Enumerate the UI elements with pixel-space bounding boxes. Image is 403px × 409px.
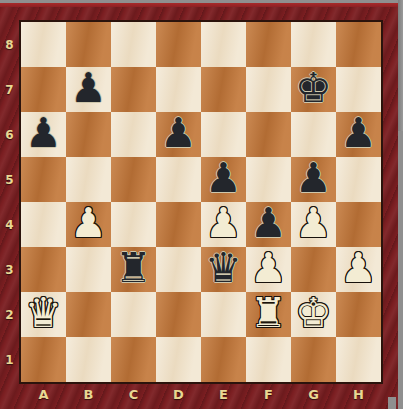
frame-top-highlight (0, 3, 398, 7)
square-d2[interactable] (156, 292, 201, 337)
black-pawn-icon[interactable]: ♟ (70, 66, 107, 111)
square-c2[interactable] (111, 292, 156, 337)
rank-labels: 87654321 (0, 22, 19, 382)
square-f3[interactable]: ♟ (246, 247, 291, 292)
square-h3[interactable]: ♟ (336, 247, 381, 292)
square-c4[interactable] (111, 202, 156, 247)
square-g4[interactable]: ♟ (291, 202, 336, 247)
square-g2[interactable]: ♚ (291, 292, 336, 337)
square-d7[interactable] (156, 67, 201, 112)
file-label-f: F (246, 384, 291, 404)
white-pawn-icon[interactable]: ♟ (340, 246, 377, 291)
square-g3[interactable] (291, 247, 336, 292)
square-h6[interactable]: ♟ (336, 112, 381, 157)
square-d4[interactable] (156, 202, 201, 247)
file-label-b: B (66, 384, 111, 404)
white-pawn-icon[interactable]: ♟ (205, 201, 242, 246)
file-label-e: E (201, 384, 246, 404)
file-label-d: D (156, 384, 201, 404)
square-e6[interactable] (201, 112, 246, 157)
square-b8[interactable] (66, 22, 111, 67)
black-rook-icon[interactable]: ♜ (115, 246, 152, 291)
square-b4[interactable]: ♟ (66, 202, 111, 247)
square-c8[interactable] (111, 22, 156, 67)
white-king-icon[interactable]: ♚ (295, 291, 332, 336)
black-pawn-icon[interactable]: ♟ (295, 156, 332, 201)
white-pawn-icon[interactable]: ♟ (295, 201, 332, 246)
square-d5[interactable] (156, 157, 201, 202)
square-a5[interactable] (21, 157, 66, 202)
white-pawn-icon[interactable]: ♟ (250, 246, 287, 291)
square-f6[interactable] (246, 112, 291, 157)
square-h8[interactable] (336, 22, 381, 67)
black-pawn-icon[interactable]: ♟ (160, 111, 197, 156)
square-f7[interactable] (246, 67, 291, 112)
white-queen-icon[interactable]: ♛ (25, 291, 62, 336)
square-e7[interactable] (201, 67, 246, 112)
square-a3[interactable] (21, 247, 66, 292)
square-e4[interactable]: ♟ (201, 202, 246, 247)
square-a6[interactable]: ♟ (21, 112, 66, 157)
square-d1[interactable] (156, 337, 201, 382)
rank-label-8: 8 (0, 22, 19, 67)
square-b3[interactable] (66, 247, 111, 292)
rank-label-4: 4 (0, 202, 19, 247)
square-c1[interactable] (111, 337, 156, 382)
square-f5[interactable] (246, 157, 291, 202)
rank-label-3: 3 (0, 247, 19, 292)
black-pawn-icon[interactable]: ♟ (340, 111, 377, 156)
square-a8[interactable] (21, 22, 66, 67)
square-d6[interactable]: ♟ (156, 112, 201, 157)
square-f8[interactable] (246, 22, 291, 67)
white-rook-icon[interactable]: ♜ (250, 291, 287, 336)
square-a2[interactable]: ♛ (21, 292, 66, 337)
square-g1[interactable] (291, 337, 336, 382)
board-frame: 87654321 ♟♚♟♟♟♟♟♟♟♟♟♜♛♟♟♛♜♚ ABCDEFGH (0, 3, 398, 409)
file-label-g: G (291, 384, 336, 404)
square-a7[interactable] (21, 67, 66, 112)
rank-label-5: 5 (0, 157, 19, 202)
square-f1[interactable] (246, 337, 291, 382)
square-g6[interactable] (291, 112, 336, 157)
window-edge-right (398, 0, 403, 131)
square-e3[interactable]: ♛ (201, 247, 246, 292)
square-c5[interactable] (111, 157, 156, 202)
square-c3[interactable]: ♜ (111, 247, 156, 292)
square-h4[interactable] (336, 202, 381, 247)
white-pawn-icon[interactable]: ♟ (70, 201, 107, 246)
square-b7[interactable]: ♟ (66, 67, 111, 112)
square-f4[interactable]: ♟ (246, 202, 291, 247)
square-e2[interactable] (201, 292, 246, 337)
black-queen-icon[interactable]: ♛ (205, 246, 242, 291)
file-label-a: A (21, 384, 66, 404)
square-b1[interactable] (66, 337, 111, 382)
square-c7[interactable] (111, 67, 156, 112)
file-label-c: C (111, 384, 156, 404)
square-h2[interactable] (336, 292, 381, 337)
square-a1[interactable] (21, 337, 66, 382)
square-e8[interactable] (201, 22, 246, 67)
square-d8[interactable] (156, 22, 201, 67)
square-b2[interactable] (66, 292, 111, 337)
square-f2[interactable]: ♜ (246, 292, 291, 337)
chess-board: ♟♚♟♟♟♟♟♟♟♟♟♜♛♟♟♛♜♚ (19, 20, 383, 384)
square-b5[interactable] (66, 157, 111, 202)
square-b6[interactable] (66, 112, 111, 157)
square-g7[interactable]: ♚ (291, 67, 336, 112)
square-e1[interactable] (201, 337, 246, 382)
square-h5[interactable] (336, 157, 381, 202)
rank-label-1: 1 (0, 337, 19, 382)
square-h7[interactable] (336, 67, 381, 112)
square-d3[interactable] (156, 247, 201, 292)
file-labels: ABCDEFGH (21, 384, 381, 404)
black-pawn-icon[interactable]: ♟ (205, 156, 242, 201)
black-pawn-icon[interactable]: ♟ (25, 111, 62, 156)
square-e5[interactable]: ♟ (201, 157, 246, 202)
black-pawn-icon[interactable]: ♟ (250, 201, 287, 246)
square-g5[interactable]: ♟ (291, 157, 336, 202)
square-c6[interactable] (111, 112, 156, 157)
window-edge-corner (388, 397, 396, 409)
black-king-icon[interactable]: ♚ (295, 66, 332, 111)
file-label-h: H (336, 384, 381, 404)
rank-label-6: 6 (0, 112, 19, 157)
rank-label-7: 7 (0, 67, 19, 112)
rank-label-2: 2 (0, 292, 19, 337)
square-a4[interactable] (21, 202, 66, 247)
square-h1[interactable] (336, 337, 381, 382)
square-g8[interactable] (291, 22, 336, 67)
